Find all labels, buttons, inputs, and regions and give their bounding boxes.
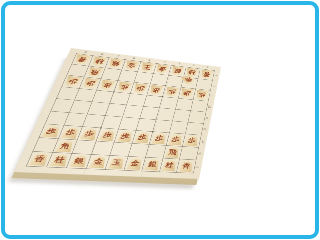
shogi-piece-sente: 飛	[165, 146, 181, 158]
rank-label: 九	[195, 165, 199, 169]
shogi-piece-sente: 歩	[184, 135, 199, 146]
rank-label: 五	[205, 116, 209, 119]
shogi-piece-sente: 金	[126, 157, 143, 169]
shogi-piece-sente: 歩	[151, 133, 167, 145]
shogi-piece-gote: 歩	[195, 90, 209, 100]
shogi-piece-gote: 王	[140, 62, 155, 72]
board-surface: 987654321一二三四五六七八九香桂銀金王金銀桂香飛角歩歩歩歩歩歩歩歩歩歩歩…	[14, 48, 221, 179]
shogi-piece-gote: 金	[155, 64, 169, 74]
shogi-piece-sente: 桂	[161, 159, 177, 171]
shogi-piece-gote: 歩	[180, 88, 194, 98]
shogi-piece-sente: 歩	[134, 132, 151, 144]
shogi-scene: 987654321一二三四五六七八九香桂銀金王金銀桂香飛角歩歩歩歩歩歩歩歩歩歩歩…	[0, 0, 240, 240]
hoshi-dot	[113, 91, 115, 92]
shogi-piece-sente: 銀	[144, 158, 161, 170]
rank-label: 八	[198, 152, 202, 156]
rank-label: 一	[214, 74, 218, 77]
shogi-piece-sente: 玉	[108, 156, 126, 168]
grid-line-horizontal	[50, 111, 203, 124]
shogi-piece-sente: 歩	[168, 134, 183, 145]
rank-label: 四	[208, 105, 212, 108]
product-photo: 987654321一二三四五六七八九香桂銀金王金銀桂香飛角歩歩歩歩歩歩歩歩歩歩歩…	[0, 0, 240, 240]
grid-line-horizontal	[56, 98, 206, 112]
rank-label: 二	[212, 84, 216, 87]
rank-label: 七	[200, 140, 204, 143]
rank-label: 三	[210, 95, 214, 98]
shogi-piece-gote: 歩	[116, 82, 132, 93]
rank-label: 六	[203, 128, 207, 131]
shogi-piece-gote: 香	[200, 70, 213, 80]
shogi-piece-gote: 銀	[170, 66, 184, 76]
shogi-piece-gote: 歩	[149, 85, 164, 96]
shogi-piece-gote: 金	[124, 60, 140, 70]
shogi-piece-sente: 歩	[117, 130, 134, 142]
shogi-piece-sente: 香	[178, 160, 193, 172]
shogi-piece-gote: 歩	[164, 87, 179, 97]
shogi-piece-gote: 歩	[132, 83, 148, 94]
